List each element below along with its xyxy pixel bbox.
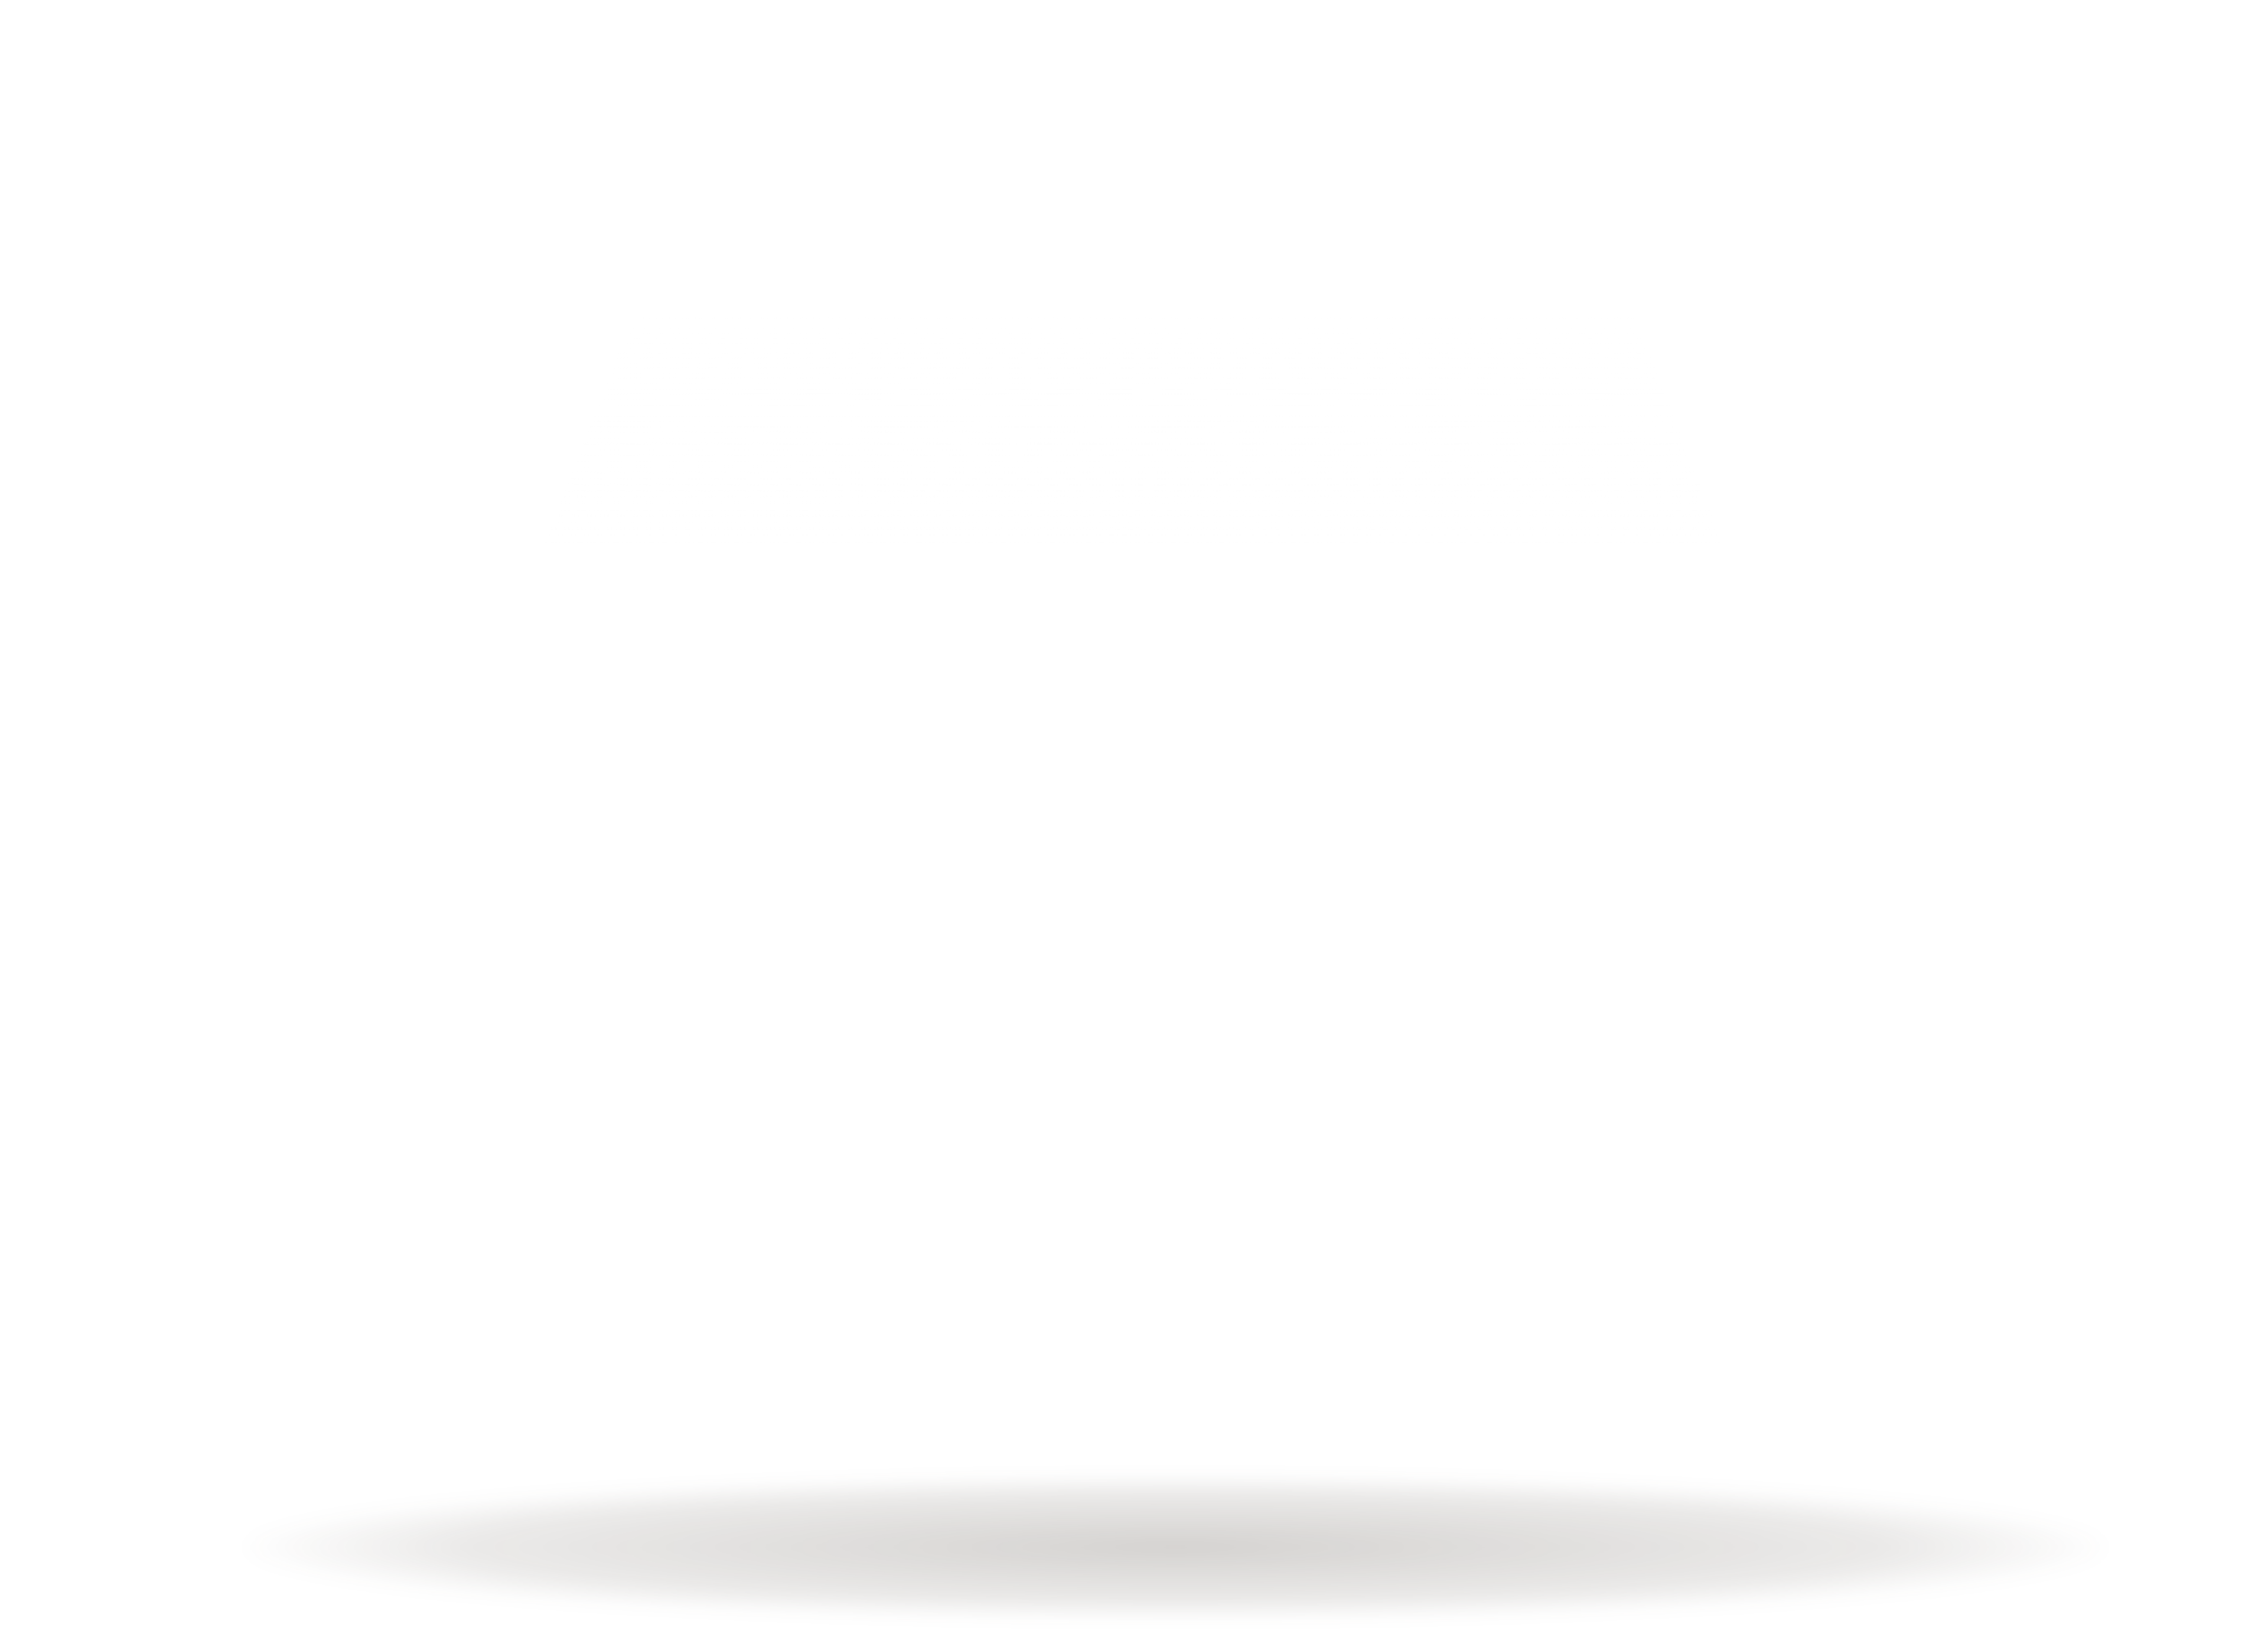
chess-box-front-face bbox=[0, 1518, 2268, 1634]
photo-stage bbox=[0, 0, 2268, 1634]
front-panel-row bbox=[0, 1625, 2268, 1634]
front-pinstripe bbox=[0, 1548, 2268, 1554]
playing-field bbox=[259, 317, 2009, 1286]
front-pinstripe bbox=[0, 1525, 2268, 1536]
chess-box-top bbox=[0, 252, 2268, 1519]
board-scene bbox=[337, 0, 1931, 1633]
